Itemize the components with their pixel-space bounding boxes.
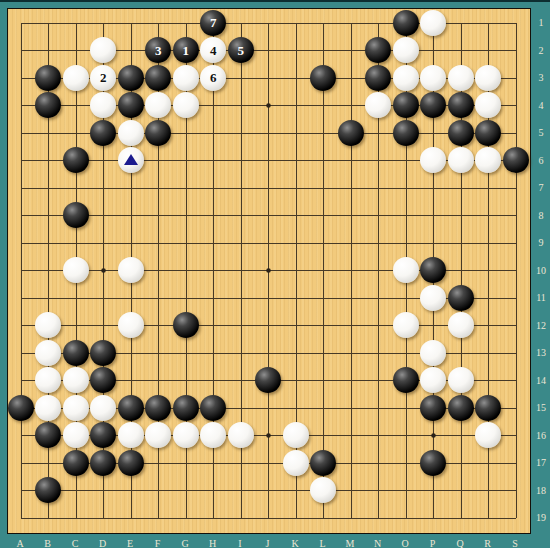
- board-frame: 7314526 ABCDEFGHIJKLMNOPQRS 123456789101…: [0, 0, 550, 548]
- stone-black: [255, 367, 281, 393]
- col-label-K: K: [291, 538, 298, 548]
- stone-black: [310, 450, 336, 476]
- stone-black: [200, 395, 226, 421]
- goban[interactable]: 7314526: [7, 8, 531, 534]
- row-label-16: 16: [532, 429, 550, 440]
- row-label-6: 6: [532, 154, 550, 165]
- stone-black: [145, 120, 171, 146]
- row-label-4: 4: [532, 99, 550, 110]
- stone-black: [173, 312, 199, 338]
- stone-black: [365, 37, 391, 63]
- move-number-label: 1: [183, 44, 190, 57]
- stone-white: [475, 422, 501, 448]
- col-label-E: E: [127, 538, 133, 548]
- stone-white: [448, 147, 474, 173]
- stone-white: [365, 92, 391, 118]
- stone-black: [90, 120, 116, 146]
- row-label-9: 9: [532, 237, 550, 248]
- stone-black: [145, 65, 171, 91]
- stone-black: [35, 422, 61, 448]
- stone-black: [8, 395, 34, 421]
- stone-white: [35, 340, 61, 366]
- stone-white: [200, 422, 226, 448]
- stone-white: [173, 92, 199, 118]
- col-label-R: R: [484, 538, 491, 548]
- stone-black: [420, 92, 446, 118]
- stone-black: [420, 450, 446, 476]
- stone-white: [228, 422, 254, 448]
- stones-grid: 7314526: [7, 9, 530, 532]
- col-label-L: L: [319, 538, 325, 548]
- stone-white: [173, 422, 199, 448]
- stone-white: [393, 257, 419, 283]
- move-number-label: 6: [210, 71, 217, 84]
- row-label-15: 15: [532, 402, 550, 413]
- stone-white: [310, 477, 336, 503]
- stone-white: 2: [90, 65, 116, 91]
- stone-black: 7: [200, 10, 226, 36]
- stone-white: [35, 312, 61, 338]
- stone-black: [145, 395, 171, 421]
- stone-white: [118, 120, 144, 146]
- stone-black: [118, 92, 144, 118]
- stone-white: [420, 285, 446, 311]
- stone-white: [393, 65, 419, 91]
- triangle-marker-icon: [124, 154, 138, 165]
- stone-black: 5: [228, 37, 254, 63]
- row-label-12: 12: [532, 319, 550, 330]
- row-label-7: 7: [532, 182, 550, 193]
- col-label-S: S: [512, 538, 518, 548]
- stone-white: [420, 367, 446, 393]
- row-label-1: 1: [532, 17, 550, 28]
- stone-black: [63, 450, 89, 476]
- stone-white: [420, 10, 446, 36]
- stone-white: [145, 92, 171, 118]
- stone-black: [448, 120, 474, 146]
- stone-white: [283, 422, 309, 448]
- stone-black: [503, 147, 529, 173]
- stone-white: [475, 65, 501, 91]
- stone-white: [90, 37, 116, 63]
- col-label-Q: Q: [456, 538, 463, 548]
- stone-white: [63, 367, 89, 393]
- stone-black: [90, 340, 116, 366]
- col-label-A: A: [16, 538, 23, 548]
- stone-white: [63, 395, 89, 421]
- stone-white: [475, 147, 501, 173]
- row-label-11: 11: [532, 292, 550, 303]
- col-label-D: D: [99, 538, 106, 548]
- row-label-18: 18: [532, 484, 550, 495]
- stone-white: [420, 147, 446, 173]
- stone-white: [118, 147, 144, 173]
- col-label-B: B: [44, 538, 51, 548]
- row-label-13: 13: [532, 347, 550, 358]
- stone-black: [475, 120, 501, 146]
- col-label-J: J: [266, 538, 270, 548]
- stone-black: 3: [145, 37, 171, 63]
- row-label-14: 14: [532, 374, 550, 385]
- stone-black: [35, 92, 61, 118]
- stone-black: [420, 257, 446, 283]
- stone-white: [63, 65, 89, 91]
- col-label-I: I: [238, 538, 241, 548]
- col-label-F: F: [155, 538, 161, 548]
- row-label-19: 19: [532, 512, 550, 523]
- row-label-2: 2: [532, 44, 550, 55]
- col-label-N: N: [374, 538, 381, 548]
- col-label-M: M: [346, 538, 355, 548]
- stone-white: [63, 422, 89, 448]
- stone-black: [35, 65, 61, 91]
- row-label-8: 8: [532, 209, 550, 220]
- row-label-5: 5: [532, 127, 550, 138]
- stone-white: [118, 422, 144, 448]
- stone-white: [173, 65, 199, 91]
- row-label-3: 3: [532, 72, 550, 83]
- stone-white: [475, 92, 501, 118]
- stone-white: [393, 37, 419, 63]
- stone-white: [118, 312, 144, 338]
- stone-black: [90, 367, 116, 393]
- stone-black: [448, 92, 474, 118]
- stone-white: [393, 312, 419, 338]
- stone-black: [365, 65, 391, 91]
- stone-white: [145, 422, 171, 448]
- stone-black: 1: [173, 37, 199, 63]
- stone-white: [283, 450, 309, 476]
- stone-black: [118, 395, 144, 421]
- stone-black: [393, 367, 419, 393]
- stone-black: [475, 395, 501, 421]
- stone-black: [63, 340, 89, 366]
- stone-white: 6: [200, 65, 226, 91]
- move-number-label: 5: [238, 44, 245, 57]
- col-label-C: C: [72, 538, 79, 548]
- stone-white: [35, 395, 61, 421]
- stone-black: [393, 120, 419, 146]
- stone-black: [90, 422, 116, 448]
- move-number-label: 4: [210, 44, 217, 57]
- stone-black: [90, 450, 116, 476]
- col-label-H: H: [209, 538, 216, 548]
- stone-black: [338, 120, 364, 146]
- stone-white: 4: [200, 37, 226, 63]
- move-number-label: 2: [100, 71, 107, 84]
- stone-black: [63, 202, 89, 228]
- stone-white: [420, 65, 446, 91]
- stone-white: [90, 92, 116, 118]
- stone-white: [420, 340, 446, 366]
- move-number-label: 3: [155, 44, 162, 57]
- row-label-17: 17: [532, 457, 550, 468]
- stone-white: [118, 257, 144, 283]
- stone-white: [448, 65, 474, 91]
- stone-black: [448, 395, 474, 421]
- row-label-10: 10: [532, 264, 550, 275]
- stone-white: [448, 312, 474, 338]
- stone-white: [448, 367, 474, 393]
- stone-black: [173, 395, 199, 421]
- col-label-P: P: [430, 538, 436, 548]
- stone-black: [63, 147, 89, 173]
- stone-black: [448, 285, 474, 311]
- stone-black: [393, 10, 419, 36]
- col-label-G: G: [181, 538, 188, 548]
- move-number-label: 7: [210, 16, 217, 29]
- stone-black: [118, 450, 144, 476]
- stone-black: [35, 477, 61, 503]
- stone-black: [393, 92, 419, 118]
- stone-white: [63, 257, 89, 283]
- stone-black: [118, 65, 144, 91]
- stone-white: [35, 367, 61, 393]
- col-label-O: O: [401, 538, 408, 548]
- stone-black: [310, 65, 336, 91]
- stone-black: [420, 395, 446, 421]
- stone-white: [90, 395, 116, 421]
